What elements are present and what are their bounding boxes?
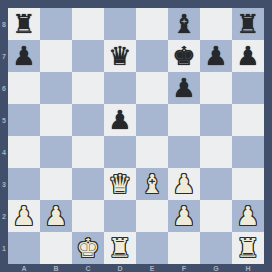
square-g5[interactable] [200, 104, 232, 136]
file-label: E [136, 264, 168, 272]
square-h5[interactable] [232, 104, 264, 136]
square-c4[interactable] [72, 136, 104, 168]
square-c7[interactable] [72, 40, 104, 72]
square-b7[interactable] [40, 40, 72, 72]
square-b4[interactable] [40, 136, 72, 168]
square-c2[interactable] [72, 200, 104, 232]
square-e1[interactable] [136, 232, 168, 264]
white-rook[interactable]: ♜ [236, 232, 259, 264]
rank-label: 3 [0, 168, 8, 200]
black-pawn[interactable]: ♟ [236, 40, 259, 72]
file-labels: ABCDEFGH [8, 264, 264, 272]
black-pawn[interactable]: ♟ [204, 40, 227, 72]
rank-label: 7 [0, 40, 8, 72]
square-d2[interactable] [104, 200, 136, 232]
rank-label: 5 [0, 104, 8, 136]
white-pawn[interactable]: ♟ [44, 200, 67, 232]
square-f2[interactable]: ♟ [168, 200, 200, 232]
square-b6[interactable] [40, 72, 72, 104]
square-g7[interactable]: ♟ [200, 40, 232, 72]
white-pawn[interactable]: ♟ [172, 200, 195, 232]
black-rook[interactable]: ♜ [236, 8, 259, 40]
square-c5[interactable] [72, 104, 104, 136]
square-e4[interactable] [136, 136, 168, 168]
square-e8[interactable] [136, 8, 168, 40]
rank-label: 1 [0, 232, 8, 264]
square-f8[interactable]: ♝ [168, 8, 200, 40]
rank-label: 6 [0, 72, 8, 104]
rank-label: 4 [0, 136, 8, 168]
file-label: G [200, 264, 232, 272]
square-d3[interactable]: ♛ [104, 168, 136, 200]
square-b8[interactable] [40, 8, 72, 40]
square-h6[interactable] [232, 72, 264, 104]
square-f4[interactable] [168, 136, 200, 168]
square-e2[interactable] [136, 200, 168, 232]
square-d4[interactable] [104, 136, 136, 168]
white-pawn[interactable]: ♟ [12, 200, 35, 232]
file-label: B [40, 264, 72, 272]
white-king[interactable]: ♚ [76, 232, 99, 264]
black-rook[interactable]: ♜ [12, 8, 35, 40]
square-d7[interactable]: ♛ [104, 40, 136, 72]
square-h8[interactable]: ♜ [232, 8, 264, 40]
square-a5[interactable] [8, 104, 40, 136]
white-queen[interactable]: ♛ [108, 168, 131, 200]
square-h3[interactable] [232, 168, 264, 200]
square-a2[interactable]: ♟ [8, 200, 40, 232]
square-g2[interactable] [200, 200, 232, 232]
square-c8[interactable] [72, 8, 104, 40]
square-g8[interactable] [200, 8, 232, 40]
square-d6[interactable] [104, 72, 136, 104]
square-b5[interactable] [40, 104, 72, 136]
square-a3[interactable] [8, 168, 40, 200]
square-h4[interactable] [232, 136, 264, 168]
square-d5[interactable]: ♟ [104, 104, 136, 136]
white-rook[interactable]: ♜ [108, 232, 131, 264]
white-pawn[interactable]: ♟ [172, 168, 195, 200]
square-g6[interactable] [200, 72, 232, 104]
square-d1[interactable]: ♜ [104, 232, 136, 264]
square-f7[interactable]: ♚ [168, 40, 200, 72]
square-c6[interactable] [72, 72, 104, 104]
square-a1[interactable] [8, 232, 40, 264]
file-label: C [72, 264, 104, 272]
file-label: D [104, 264, 136, 272]
black-pawn[interactable]: ♟ [12, 40, 35, 72]
file-label: F [168, 264, 200, 272]
black-queen[interactable]: ♛ [108, 40, 131, 72]
rank-label: 8 [0, 8, 8, 40]
square-d8[interactable] [104, 8, 136, 40]
square-c3[interactable] [72, 168, 104, 200]
square-b2[interactable]: ♟ [40, 200, 72, 232]
square-a4[interactable] [8, 136, 40, 168]
square-c1[interactable]: ♚ [72, 232, 104, 264]
square-e5[interactable] [136, 104, 168, 136]
square-a8[interactable]: ♜ [8, 8, 40, 40]
square-f1[interactable] [168, 232, 200, 264]
chess-board: ♜♝♜♟♛♚♟♟♟♟♛♝♟♟♟♟♟♚♜♜ [8, 8, 264, 264]
square-f5[interactable] [168, 104, 200, 136]
black-king[interactable]: ♚ [172, 40, 195, 72]
square-f3[interactable]: ♟ [168, 168, 200, 200]
square-a6[interactable] [8, 72, 40, 104]
square-b1[interactable] [40, 232, 72, 264]
file-label: A [8, 264, 40, 272]
square-b3[interactable] [40, 168, 72, 200]
rank-labels: 87654321 [0, 8, 8, 264]
square-h1[interactable]: ♜ [232, 232, 264, 264]
white-pawn[interactable]: ♟ [236, 200, 259, 232]
square-h2[interactable]: ♟ [232, 200, 264, 232]
square-g1[interactable] [200, 232, 232, 264]
square-g4[interactable] [200, 136, 232, 168]
file-label: H [232, 264, 264, 272]
rank-label: 2 [0, 200, 8, 232]
square-g3[interactable] [200, 168, 232, 200]
black-bishop[interactable]: ♝ [172, 8, 195, 40]
square-e6[interactable] [136, 72, 168, 104]
white-bishop[interactable]: ♝ [140, 168, 163, 200]
black-pawn[interactable]: ♟ [108, 104, 131, 136]
square-e7[interactable] [136, 40, 168, 72]
square-a7[interactable]: ♟ [8, 40, 40, 72]
black-pawn[interactable]: ♟ [172, 72, 195, 104]
square-h7[interactable]: ♟ [232, 40, 264, 72]
square-e3[interactable]: ♝ [136, 168, 168, 200]
chess-board-frame: 87654321 ♜♝♜♟♛♚♟♟♟♟♛♝♟♟♟♟♟♚♜♜ ABCDEFGH [0, 0, 272, 272]
square-f6[interactable]: ♟ [168, 72, 200, 104]
